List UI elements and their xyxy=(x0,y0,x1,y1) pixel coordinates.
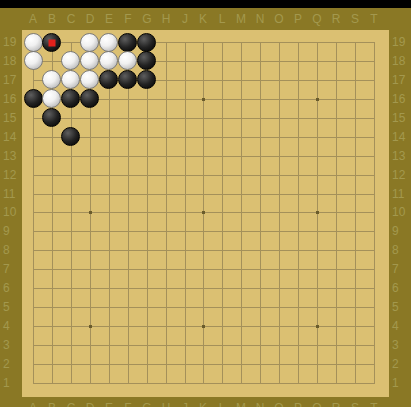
stone-black-C16[interactable] xyxy=(61,89,80,108)
row-label-right-7: 7 xyxy=(392,263,399,275)
grid-line-vertical xyxy=(279,42,280,384)
row-label-left-5: 5 xyxy=(3,301,10,313)
grid-line-vertical xyxy=(260,42,261,384)
row-label-left-7: 7 xyxy=(3,263,10,275)
col-label-bottom-F: F xyxy=(124,402,131,407)
goban[interactable] xyxy=(22,30,389,397)
stone-black-E17[interactable] xyxy=(99,70,118,89)
row-label-right-19: 19 xyxy=(392,36,405,48)
row-label-left-19: 19 xyxy=(3,36,16,48)
grid-line-vertical xyxy=(336,42,337,384)
row-label-left-3: 3 xyxy=(3,339,10,351)
col-label-top-H: H xyxy=(162,13,171,25)
grid-line-vertical xyxy=(185,42,186,384)
col-label-bottom-M: M xyxy=(236,402,246,407)
stone-black-G18[interactable] xyxy=(137,51,156,70)
grid-line-horizontal xyxy=(33,194,375,195)
row-label-right-2: 2 xyxy=(392,358,399,370)
row-label-left-10: 10 xyxy=(3,206,16,218)
col-label-top-T: T xyxy=(370,13,377,25)
col-label-bottom-P: P xyxy=(294,402,302,407)
stone-white-A18[interactable] xyxy=(24,51,43,70)
star-point-Q4 xyxy=(316,325,319,328)
last-move-marker xyxy=(48,39,55,46)
star-point-Q16 xyxy=(316,98,319,101)
col-label-bottom-H: H xyxy=(162,402,171,407)
grid-line-vertical xyxy=(374,42,375,384)
row-label-left-14: 14 xyxy=(3,131,16,143)
stone-black-A16[interactable] xyxy=(24,89,43,108)
col-label-top-L: L xyxy=(219,13,226,25)
row-label-left-18: 18 xyxy=(3,55,16,67)
grid-line-horizontal xyxy=(33,364,375,365)
row-label-left-16: 16 xyxy=(3,93,16,105)
col-label-bottom-N: N xyxy=(256,402,265,407)
row-label-right-16: 16 xyxy=(392,93,405,105)
grid-line-vertical xyxy=(355,42,356,384)
grid-line-vertical xyxy=(222,42,223,384)
stone-white-D19[interactable] xyxy=(80,33,99,52)
row-label-right-6: 6 xyxy=(392,282,399,294)
col-label-bottom-R: R xyxy=(332,402,341,407)
col-label-bottom-J: J xyxy=(182,402,188,407)
stone-white-B16[interactable] xyxy=(42,89,61,108)
star-point-D10 xyxy=(89,211,92,214)
stone-black-F17[interactable] xyxy=(118,70,137,89)
col-label-top-P: P xyxy=(294,13,302,25)
stone-white-C18[interactable] xyxy=(61,51,80,70)
col-label-top-S: S xyxy=(351,13,359,25)
col-label-top-N: N xyxy=(256,13,265,25)
col-label-bottom-O: O xyxy=(274,402,283,407)
star-point-K16 xyxy=(202,98,205,101)
grid-line-horizontal xyxy=(33,345,375,346)
grid-line-vertical xyxy=(298,42,299,384)
row-label-left-9: 9 xyxy=(3,225,10,237)
row-label-left-1: 1 xyxy=(3,377,10,389)
stone-white-E19[interactable] xyxy=(99,33,118,52)
col-label-bottom-D: D xyxy=(86,402,95,407)
go-app-screen: AABBCCDDEEFFGGHHJJKKLLMMNNOOPPQQRRSSTT19… xyxy=(0,0,411,407)
row-label-left-11: 11 xyxy=(3,188,15,200)
col-label-top-A: A xyxy=(29,13,37,25)
row-label-left-2: 2 xyxy=(3,358,10,370)
row-label-right-3: 3 xyxy=(392,339,399,351)
grid-line-horizontal xyxy=(33,118,375,119)
row-label-right-5: 5 xyxy=(392,301,399,313)
row-label-left-17: 17 xyxy=(3,74,16,86)
col-label-top-E: E xyxy=(105,13,113,25)
grid-line-horizontal xyxy=(33,156,375,157)
star-point-K10 xyxy=(202,211,205,214)
col-label-top-D: D xyxy=(86,13,95,25)
col-label-bottom-S: S xyxy=(351,402,359,407)
row-label-left-8: 8 xyxy=(3,244,10,256)
row-label-left-15: 15 xyxy=(3,112,16,124)
row-label-right-15: 15 xyxy=(392,112,405,124)
stone-black-B19[interactable] xyxy=(42,33,61,52)
grid-line-horizontal xyxy=(33,137,375,138)
row-label-left-12: 12 xyxy=(3,169,16,181)
row-label-right-14: 14 xyxy=(392,131,405,143)
col-label-bottom-C: C xyxy=(67,402,76,407)
stone-black-F19[interactable] xyxy=(118,33,137,52)
row-label-right-17: 17 xyxy=(392,74,405,86)
col-label-top-C: C xyxy=(67,13,76,25)
col-label-bottom-B: B xyxy=(48,402,56,407)
stone-white-A19[interactable] xyxy=(24,33,43,52)
grid-line-vertical xyxy=(109,42,110,384)
row-label-right-13: 13 xyxy=(392,150,405,162)
grid-line-vertical xyxy=(128,42,129,384)
col-label-bottom-A: A xyxy=(29,402,37,407)
row-label-right-8: 8 xyxy=(392,244,399,256)
col-label-top-G: G xyxy=(142,13,151,25)
grid-line-vertical xyxy=(147,42,148,384)
stone-white-C17[interactable] xyxy=(61,70,80,89)
col-label-top-Q: Q xyxy=(312,13,321,25)
grid-line-vertical xyxy=(241,42,242,384)
grid-line-horizontal xyxy=(33,231,375,232)
star-point-D4 xyxy=(89,325,92,328)
grid-line-horizontal xyxy=(33,288,375,289)
row-label-left-13: 13 xyxy=(3,150,16,162)
stone-white-F18[interactable] xyxy=(118,51,137,70)
stone-black-G17[interactable] xyxy=(137,70,156,89)
col-label-top-O: O xyxy=(274,13,283,25)
row-label-right-10: 10 xyxy=(392,206,405,218)
row-label-right-1: 1 xyxy=(392,377,399,389)
stone-white-D17[interactable] xyxy=(80,70,99,89)
col-label-bottom-E: E xyxy=(105,402,113,407)
stone-white-B17[interactable] xyxy=(42,70,61,89)
col-label-bottom-T: T xyxy=(370,402,377,407)
star-point-K4 xyxy=(202,325,205,328)
stone-white-D18[interactable] xyxy=(80,51,99,70)
grid-line-horizontal xyxy=(33,307,375,308)
row-label-right-18: 18 xyxy=(392,55,405,67)
top-black-bar xyxy=(0,0,411,8)
col-label-bottom-Q: Q xyxy=(312,402,321,407)
row-label-right-4: 4 xyxy=(392,320,399,332)
row-label-left-4: 4 xyxy=(3,320,10,332)
col-label-top-J: J xyxy=(182,13,188,25)
star-point-Q10 xyxy=(316,211,319,214)
stone-black-C14[interactable] xyxy=(61,127,80,146)
row-label-right-11: 11 xyxy=(392,188,404,200)
col-label-bottom-L: L xyxy=(219,402,226,407)
grid-line-horizontal xyxy=(33,250,375,251)
grid-line-vertical xyxy=(166,42,167,384)
row-label-right-12: 12 xyxy=(392,169,405,181)
stone-black-G19[interactable] xyxy=(137,33,156,52)
col-label-top-R: R xyxy=(332,13,341,25)
row-label-left-6: 6 xyxy=(3,282,10,294)
stone-black-B15[interactable] xyxy=(42,108,61,127)
col-label-top-B: B xyxy=(48,13,56,25)
col-label-top-M: M xyxy=(236,13,246,25)
grid-line-horizontal xyxy=(33,269,375,270)
grid-line-horizontal xyxy=(33,383,375,384)
col-label-bottom-K: K xyxy=(199,402,207,407)
grid-line-horizontal xyxy=(33,175,375,176)
col-label-top-K: K xyxy=(199,13,207,25)
col-label-bottom-G: G xyxy=(142,402,151,407)
row-label-right-9: 9 xyxy=(392,225,399,237)
col-label-top-F: F xyxy=(124,13,131,25)
stone-white-E18[interactable] xyxy=(99,51,118,70)
stone-black-D16[interactable] xyxy=(80,89,99,108)
